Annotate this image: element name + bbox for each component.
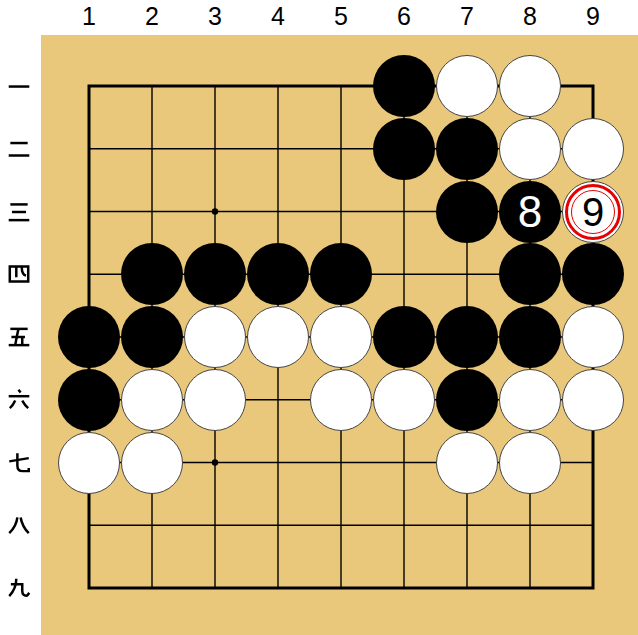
- row-label-3: [6, 199, 32, 225]
- row-label-5: [6, 324, 32, 350]
- black-stone[interactable]: [58, 306, 120, 368]
- black-stone[interactable]: [436, 306, 498, 368]
- black-stone[interactable]: [310, 243, 372, 305]
- row-label-9: [6, 575, 32, 601]
- row-label-8: [6, 512, 32, 538]
- white-stone[interactable]: [247, 306, 309, 368]
- black-stone[interactable]: [121, 306, 183, 368]
- black-stone[interactable]: 8: [499, 181, 561, 243]
- white-stone[interactable]: [499, 55, 561, 117]
- column-label-3: 3: [193, 1, 237, 31]
- black-stone[interactable]: [58, 369, 120, 431]
- row-label-2: [6, 136, 32, 162]
- white-stone[interactable]: [562, 369, 624, 431]
- column-label-9: 9: [571, 1, 615, 31]
- move-number-label: 8: [518, 190, 542, 234]
- black-stone[interactable]: [562, 243, 624, 305]
- white-stone[interactable]: 9: [562, 181, 624, 243]
- white-stone[interactable]: [436, 432, 498, 494]
- white-stone[interactable]: [436, 55, 498, 117]
- black-stone[interactable]: [436, 369, 498, 431]
- black-stone[interactable]: [436, 118, 498, 180]
- column-label-5: 5: [319, 1, 363, 31]
- white-stone[interactable]: [562, 306, 624, 368]
- black-stone[interactable]: [373, 55, 435, 117]
- black-stone[interactable]: [184, 243, 246, 305]
- row-label-7: [6, 450, 32, 476]
- column-label-7: 7: [445, 1, 489, 31]
- black-stone[interactable]: [373, 306, 435, 368]
- black-stone[interactable]: [499, 306, 561, 368]
- black-stone[interactable]: [247, 243, 309, 305]
- white-stone[interactable]: [121, 432, 183, 494]
- white-stone[interactable]: [58, 432, 120, 494]
- white-stone[interactable]: [562, 118, 624, 180]
- black-stone[interactable]: [121, 243, 183, 305]
- white-stone[interactable]: [373, 369, 435, 431]
- column-label-1: 1: [67, 1, 111, 31]
- black-stone[interactable]: [499, 243, 561, 305]
- black-stone[interactable]: [436, 181, 498, 243]
- row-label-1: [6, 73, 32, 99]
- row-label-4: [6, 261, 32, 287]
- row-label-6: [6, 387, 32, 413]
- column-label-6: 6: [382, 1, 426, 31]
- white-stone[interactable]: [121, 369, 183, 431]
- white-stone[interactable]: [184, 306, 246, 368]
- white-stone[interactable]: [499, 369, 561, 431]
- black-stone[interactable]: [373, 118, 435, 180]
- white-stone[interactable]: [184, 369, 246, 431]
- move-number-label: 9: [582, 192, 604, 232]
- white-stone[interactable]: [310, 369, 372, 431]
- white-stone[interactable]: [310, 306, 372, 368]
- go-kifu-diagram: 123456789 89: [0, 0, 638, 635]
- white-stone[interactable]: [499, 432, 561, 494]
- column-label-4: 4: [256, 1, 300, 31]
- column-label-8: 8: [508, 1, 552, 31]
- white-stone[interactable]: [499, 118, 561, 180]
- column-label-2: 2: [130, 1, 174, 31]
